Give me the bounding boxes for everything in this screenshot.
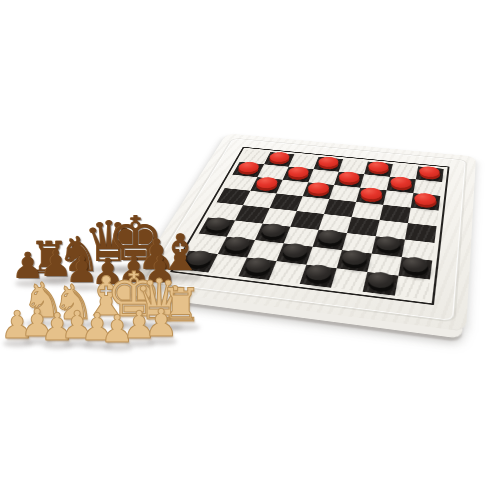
checkers-grid — [170, 147, 450, 305]
chess-piece-pawn-lightwood[interactable]: ♟ — [144, 304, 178, 342]
light-square — [331, 268, 367, 291]
light-square — [395, 276, 430, 300]
product-photo-scene: ♜♞♛♚♟♝♟♟♟♟♟♟ ♞♞♝♚♛♜♟♟♟♟♟♟♟♟ — [0, 0, 500, 500]
pawn-glyph: ♟ — [144, 301, 178, 345]
